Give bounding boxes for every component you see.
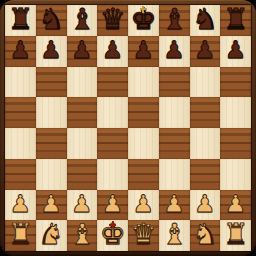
square-b5[interactable] xyxy=(36,97,67,128)
piece-white-rook[interactable]: ♜ xyxy=(223,220,249,249)
square-a8[interactable]: ♜ xyxy=(5,5,36,36)
square-c5[interactable] xyxy=(67,97,98,128)
square-g1[interactable]: ♞ xyxy=(190,220,221,251)
square-g6[interactable] xyxy=(190,67,221,98)
square-e6[interactable] xyxy=(128,67,159,98)
piece-black-queen[interactable]: ♛ xyxy=(100,5,126,34)
piece-white-bishop[interactable]: ♝ xyxy=(69,220,95,249)
square-c1[interactable]: ♝ xyxy=(67,220,98,251)
square-f7[interactable]: ♟ xyxy=(159,36,190,67)
piece-black-pawn[interactable]: ♟ xyxy=(133,38,155,62)
board-frame: ♜♞♝♛♚♝♞♜♟♟♟♟♟♟♟♟♟♟♟♟♟♟♟♟♜♞♝♚♛♝♞♜ xyxy=(0,0,256,256)
piece-black-pawn[interactable]: ♟ xyxy=(40,38,62,62)
square-b2[interactable]: ♟ xyxy=(36,190,67,221)
piece-white-pawn[interactable]: ♟ xyxy=(163,192,185,216)
square-h3[interactable] xyxy=(220,159,251,190)
square-g7[interactable]: ♟ xyxy=(190,36,221,67)
piece-black-pawn[interactable]: ♟ xyxy=(71,38,93,62)
square-h5[interactable] xyxy=(220,97,251,128)
white-king-cross-icon xyxy=(109,221,116,228)
square-h8[interactable]: ♜ xyxy=(220,5,251,36)
square-g5[interactable] xyxy=(190,97,221,128)
piece-black-rook[interactable]: ♜ xyxy=(223,5,249,34)
square-c7[interactable]: ♟ xyxy=(67,36,98,67)
piece-black-knight[interactable]: ♞ xyxy=(192,5,218,34)
piece-black-bishop[interactable]: ♝ xyxy=(69,5,95,34)
piece-white-knight[interactable]: ♞ xyxy=(38,220,64,249)
piece-white-pawn[interactable]: ♟ xyxy=(225,192,247,216)
piece-white-pawn[interactable]: ♟ xyxy=(71,192,93,216)
square-g8[interactable]: ♞ xyxy=(190,5,221,36)
square-c8[interactable]: ♝ xyxy=(67,5,98,36)
square-d5[interactable] xyxy=(97,97,128,128)
piece-white-knight[interactable]: ♞ xyxy=(192,220,218,249)
black-king-cross-icon xyxy=(140,6,147,13)
piece-white-bishop[interactable]: ♝ xyxy=(161,220,187,249)
square-e7[interactable]: ♟ xyxy=(128,36,159,67)
piece-white-queen[interactable]: ♛ xyxy=(130,220,156,249)
square-a1[interactable]: ♜ xyxy=(5,220,36,251)
square-b3[interactable] xyxy=(36,159,67,190)
piece-black-pawn[interactable]: ♟ xyxy=(10,38,32,62)
piece-black-pawn[interactable]: ♟ xyxy=(225,38,247,62)
square-f4[interactable] xyxy=(159,128,190,159)
piece-black-pawn[interactable]: ♟ xyxy=(102,38,124,62)
piece-black-pawn[interactable]: ♟ xyxy=(163,38,185,62)
square-d4[interactable] xyxy=(97,128,128,159)
square-d1[interactable]: ♚ xyxy=(97,220,128,251)
square-h4[interactable] xyxy=(220,128,251,159)
square-e5[interactable] xyxy=(128,97,159,128)
square-c6[interactable] xyxy=(67,67,98,98)
piece-white-rook[interactable]: ♜ xyxy=(7,220,33,249)
square-h7[interactable]: ♟ xyxy=(220,36,251,67)
square-f6[interactable] xyxy=(159,67,190,98)
square-a5[interactable] xyxy=(5,97,36,128)
chess-app-screen: ♜♞♝♛♚♝♞♜♟♟♟♟♟♟♟♟♟♟♟♟♟♟♟♟♜♞♝♚♛♝♞♜ xyxy=(0,0,256,256)
chess-board: ♜♞♝♛♚♝♞♜♟♟♟♟♟♟♟♟♟♟♟♟♟♟♟♟♜♞♝♚♛♝♞♜ xyxy=(5,5,251,251)
square-a6[interactable] xyxy=(5,67,36,98)
piece-white-pawn[interactable]: ♟ xyxy=(102,192,124,216)
square-a2[interactable]: ♟ xyxy=(5,190,36,221)
square-f5[interactable] xyxy=(159,97,190,128)
piece-white-pawn[interactable]: ♟ xyxy=(194,192,216,216)
piece-white-pawn[interactable]: ♟ xyxy=(133,192,155,216)
square-d8[interactable]: ♛ xyxy=(97,5,128,36)
square-c4[interactable] xyxy=(67,128,98,159)
square-b6[interactable] xyxy=(36,67,67,98)
piece-black-bishop[interactable]: ♝ xyxy=(161,5,187,34)
square-e4[interactable] xyxy=(128,128,159,159)
square-g2[interactable]: ♟ xyxy=(190,190,221,221)
square-c2[interactable]: ♟ xyxy=(67,190,98,221)
square-h1[interactable]: ♜ xyxy=(220,220,251,251)
piece-black-knight[interactable]: ♞ xyxy=(38,5,64,34)
square-c3[interactable] xyxy=(67,159,98,190)
piece-white-pawn[interactable]: ♟ xyxy=(10,192,32,216)
square-a3[interactable] xyxy=(5,159,36,190)
square-b4[interactable] xyxy=(36,128,67,159)
square-b1[interactable]: ♞ xyxy=(36,220,67,251)
square-b8[interactable]: ♞ xyxy=(36,5,67,36)
square-e1[interactable]: ♛ xyxy=(128,220,159,251)
square-a4[interactable] xyxy=(5,128,36,159)
square-e8[interactable]: ♚ xyxy=(128,5,159,36)
square-f8[interactable]: ♝ xyxy=(159,5,190,36)
square-d7[interactable]: ♟ xyxy=(97,36,128,67)
square-e2[interactable]: ♟ xyxy=(128,190,159,221)
square-f1[interactable]: ♝ xyxy=(159,220,190,251)
square-g4[interactable] xyxy=(190,128,221,159)
square-d3[interactable] xyxy=(97,159,128,190)
square-d2[interactable]: ♟ xyxy=(97,190,128,221)
piece-black-king[interactable]: ♚ xyxy=(130,5,156,34)
square-a7[interactable]: ♟ xyxy=(5,36,36,67)
square-e3[interactable] xyxy=(128,159,159,190)
piece-black-pawn[interactable]: ♟ xyxy=(194,38,216,62)
square-b7[interactable]: ♟ xyxy=(36,36,67,67)
square-h6[interactable] xyxy=(220,67,251,98)
square-f3[interactable] xyxy=(159,159,190,190)
square-f2[interactable]: ♟ xyxy=(159,190,190,221)
square-g3[interactable] xyxy=(190,159,221,190)
piece-white-king[interactable]: ♚ xyxy=(100,220,126,249)
square-d6[interactable] xyxy=(97,67,128,98)
piece-white-pawn[interactable]: ♟ xyxy=(40,192,62,216)
piece-black-rook[interactable]: ♜ xyxy=(7,5,33,34)
square-h2[interactable]: ♟ xyxy=(220,190,251,221)
